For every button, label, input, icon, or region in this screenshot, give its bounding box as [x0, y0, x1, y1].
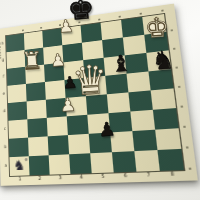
- bottom-coordinate-label: 6: [121, 173, 131, 178]
- square-a1: ♞®: [9, 156, 29, 176]
- square-d5: [86, 94, 109, 114]
- square-a3: [49, 154, 71, 174]
- bottom-coordinate-label: 8: [167, 171, 177, 177]
- chess-board: ®CHESS ♞® 12345678hgfedcba: [0, 4, 198, 186]
- square-b6: [110, 131, 134, 152]
- square-d2: [27, 100, 47, 120]
- square-c7: [130, 110, 155, 131]
- square-e3: [45, 80, 66, 100]
- square-e7: [127, 71, 151, 92]
- square-a6: [112, 151, 136, 172]
- square-d1: [8, 101, 27, 120]
- left-coordinate-label: h: [0, 42, 5, 46]
- square-f4: [63, 60, 84, 80]
- bottom-coordinate-label: 7: [143, 172, 153, 178]
- square-f3: [44, 62, 64, 82]
- bottom-coordinate-label: 2: [36, 176, 44, 181]
- square-d7: [128, 90, 152, 111]
- square-a2: [29, 155, 50, 175]
- knight-emblem-icon: ♞®: [13, 159, 26, 173]
- square-a5: [90, 152, 114, 173]
- square-e4: [64, 78, 85, 98]
- square-b5: [89, 132, 112, 153]
- left-coordinate-label: e: [1, 92, 7, 96]
- square-d8: [151, 88, 176, 109]
- square-b3: [48, 135, 69, 155]
- square-c3: [47, 116, 68, 136]
- square-f7: [125, 53, 149, 74]
- square-d6: [107, 92, 130, 113]
- registered-mark: ®: [24, 159, 28, 163]
- bottom-coordinate-label: 5: [98, 174, 107, 179]
- square-d4: [66, 96, 88, 116]
- square-f6: [104, 55, 127, 75]
- square-b2: [28, 136, 49, 156]
- square-e1: [7, 84, 26, 103]
- square-b4: [68, 134, 90, 154]
- photo-stage: ®CHESS ♞® 12345678hgfedcba ♚♟♚♞♝♟♜♛♟♟♟: [0, 0, 200, 200]
- square-c4: [67, 115, 89, 135]
- board-grid: ♞®: [6, 14, 184, 176]
- square-c1: [8, 119, 28, 138]
- square-f1: [7, 67, 26, 86]
- square-e2: [26, 82, 46, 101]
- bottom-coordinate-label: 4: [77, 174, 86, 179]
- square-e6: [105, 74, 128, 95]
- square-a4: [69, 153, 92, 174]
- left-coordinate-label: g: [0, 58, 5, 62]
- square-a7: [134, 150, 159, 172]
- square-c5: [87, 113, 110, 134]
- square-f8: [146, 50, 171, 71]
- square-e5: [85, 76, 107, 96]
- square-b8: [155, 128, 181, 150]
- square-a8: [157, 149, 184, 171]
- square-e8: [148, 69, 173, 90]
- square-d3: [46, 98, 67, 118]
- square-f2: [25, 65, 45, 84]
- bottom-coordinate-label: 3: [56, 175, 65, 180]
- left-coordinate-label: b: [3, 145, 9, 149]
- square-c8: [153, 108, 179, 130]
- left-coordinate-label: a: [3, 164, 9, 168]
- square-c2: [27, 118, 47, 138]
- square-b7: [132, 130, 157, 151]
- left-coordinate-label: c: [2, 127, 8, 131]
- left-coordinate-label: f: [1, 75, 7, 79]
- left-coordinate-label: d: [2, 109, 8, 113]
- square-c6: [109, 112, 133, 133]
- square-f5: [83, 58, 105, 78]
- square-b1: [9, 138, 29, 158]
- bottom-coordinate-label: 1: [16, 176, 24, 181]
